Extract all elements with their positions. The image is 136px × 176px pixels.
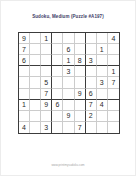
sudoku-cell-r7c2 (30, 100, 41, 111)
sudoku-cell-r2c7 (86, 44, 97, 55)
sudoku-cell-r7c9 (108, 100, 119, 111)
sudoku-cell-r4c4 (52, 66, 63, 77)
sudoku-cell-r4c1 (19, 66, 30, 77)
sudoku-cell-r8c3 (41, 111, 52, 122)
sudoku-cell-r6c2 (30, 89, 41, 100)
sudoku-cell-r9c8 (97, 122, 108, 133)
sudoku-cell-r8c6 (75, 111, 86, 122)
sudoku-cell-r5c6 (75, 77, 86, 88)
sudoku-cell-r6c9 (108, 89, 119, 100)
sudoku-cell-r5c9: 7 (108, 77, 119, 88)
sudoku-cell-r1c6 (75, 33, 86, 44)
sudoku-cell-r8c2 (30, 111, 41, 122)
sudoku-cell-r9c6: 7 (75, 122, 86, 133)
sudoku-cell-r4c2 (30, 66, 41, 77)
sudoku-cell-r3c4 (52, 55, 63, 66)
sudoku-cell-r3c6: 8 (75, 55, 86, 66)
sudoku-cell-r9c3: 3 (41, 122, 52, 133)
sudoku-cell-r1c2 (30, 33, 41, 44)
sudoku-cell-r1c3: 1 (41, 33, 52, 44)
sudoku-cell-r6c3: 7 (41, 89, 52, 100)
sudoku-cell-r8c5: 9 (63, 111, 74, 122)
sudoku-cell-r2c4 (52, 44, 63, 55)
sudoku-cell-r1c4 (52, 33, 63, 44)
sudoku-cell-r6c1 (19, 89, 30, 100)
sudoku-cell-r7c6 (75, 100, 86, 111)
sudoku-cell-r3c2 (30, 55, 41, 66)
sudoku-cell-r6c8 (97, 89, 108, 100)
sudoku-cell-r9c4 (52, 122, 63, 133)
sudoku-cell-r9c1: 4 (19, 122, 30, 133)
sudoku-cell-r8c4 (52, 111, 63, 122)
sudoku-cell-r5c3: 5 (41, 77, 52, 88)
sudoku-cell-r5c5 (63, 77, 74, 88)
sudoku-sheet: Sudoku, Medium (Puzzle #A197) 9147616183… (0, 0, 136, 176)
sudoku-cell-r9c2 (30, 122, 41, 133)
sudoku-cell-r8c8 (97, 111, 108, 122)
sudoku-cell-r5c2 (30, 77, 41, 88)
sudoku-cell-r1c8 (97, 33, 108, 44)
sudoku-cell-r6c4 (52, 89, 63, 100)
sudoku-cell-r3c3 (41, 55, 52, 66)
sudoku-cell-r4c6 (75, 66, 86, 77)
footer-url: www.printmysudoku.com (1, 163, 135, 167)
sudoku-cell-r2c1: 7 (19, 44, 30, 55)
sudoku-cell-r7c3: 9 (41, 100, 52, 111)
sudoku-cell-r6c6: 9 (75, 89, 86, 100)
sudoku-cell-r1c9: 4 (108, 33, 119, 44)
page-title: Sudoku, Medium (Puzzle #A197) (1, 14, 135, 19)
sudoku-cell-r4c3 (41, 66, 52, 77)
sudoku-cell-r5c8: 3 (97, 77, 108, 88)
sudoku-cell-r2c8: 1 (97, 44, 108, 55)
sudoku-cell-r2c3 (41, 44, 52, 55)
sudoku-cell-r1c7 (86, 33, 97, 44)
sudoku-cell-r7c7: 7 (86, 100, 97, 111)
sudoku-cell-r4c9: 1 (108, 66, 119, 77)
sudoku-cell-r5c1 (19, 77, 30, 88)
sudoku-cell-r8c7: 2 (86, 111, 97, 122)
sudoku-cell-r8c1 (19, 111, 30, 122)
sudoku-cell-r9c9 (108, 122, 119, 133)
sudoku-cell-r4c5: 3 (63, 66, 74, 77)
sudoku-cell-r7c1: 1 (19, 100, 30, 111)
sudoku-cell-r1c1: 9 (19, 33, 30, 44)
sudoku-cell-r5c4 (52, 77, 63, 88)
sudoku-cell-r4c7 (86, 66, 97, 77)
sudoku-cell-r6c7: 6 (86, 89, 97, 100)
sudoku-cell-r2c9 (108, 44, 119, 55)
sudoku-cell-r3c8 (97, 55, 108, 66)
sudoku-cell-r1c5 (63, 33, 74, 44)
sudoku-cell-r2c5: 6 (63, 44, 74, 55)
sudoku-cell-r9c5 (63, 122, 74, 133)
sudoku-cell-r3c1: 6 (19, 55, 30, 66)
sudoku-cell-r7c8: 4 (97, 100, 108, 111)
sudoku-cell-r3c9 (108, 55, 119, 66)
sudoku-cell-r3c7: 3 (86, 55, 97, 66)
sudoku-cell-r2c2 (30, 44, 41, 55)
sudoku-grid: 9147616183315377961967492437 (18, 32, 120, 134)
sudoku-cell-r7c5 (63, 100, 74, 111)
sudoku-cell-r7c4: 6 (52, 100, 63, 111)
sudoku-cell-r4c8 (97, 66, 108, 77)
sudoku-cell-r9c7 (86, 122, 97, 133)
sudoku-cell-r8c9 (108, 111, 119, 122)
sudoku-cell-r2c6 (75, 44, 86, 55)
sudoku-cell-r5c7 (86, 77, 97, 88)
sudoku-cell-r3c5: 1 (63, 55, 74, 66)
sudoku-cell-r6c5 (63, 89, 74, 100)
